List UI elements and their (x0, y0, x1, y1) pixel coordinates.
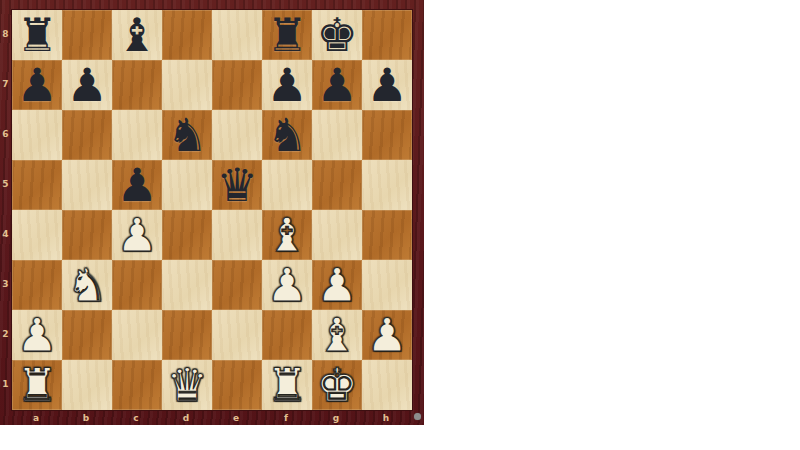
square-f1[interactable]: ♜ (262, 360, 312, 410)
black-knight-d6: ♞ (166, 112, 207, 158)
square-f6[interactable]: ♞ (262, 110, 312, 160)
square-d1[interactable]: ♛ (162, 360, 212, 410)
square-h4[interactable] (362, 210, 412, 260)
square-g5[interactable] (312, 160, 362, 210)
square-e7[interactable] (212, 60, 262, 110)
square-c5[interactable]: ♟ (112, 160, 162, 210)
square-d5[interactable] (162, 160, 212, 210)
square-a5[interactable] (12, 160, 62, 210)
square-e3[interactable] (212, 260, 262, 310)
resize-handle-dot[interactable] (414, 413, 421, 420)
white-bishop-f4: ♝ (266, 212, 307, 258)
white-pawn-a2: ♟ (16, 312, 57, 358)
square-d2[interactable] (162, 310, 212, 360)
square-h5[interactable] (362, 160, 412, 210)
square-g1[interactable]: ♚ (312, 360, 362, 410)
square-h8[interactable] (362, 10, 412, 60)
square-f3[interactable]: ♟ (262, 260, 312, 310)
white-pawn-g3: ♟ (316, 262, 357, 308)
file-label-e: e (211, 411, 261, 425)
square-c6[interactable] (112, 110, 162, 160)
square-a3[interactable] (12, 260, 62, 310)
black-pawn-b7: ♟ (66, 62, 107, 108)
square-c3[interactable] (112, 260, 162, 310)
square-d7[interactable] (162, 60, 212, 110)
square-f7[interactable]: ♟ (262, 60, 312, 110)
black-pawn-h7: ♟ (366, 62, 407, 108)
file-label-h: h (361, 411, 411, 425)
square-f5[interactable] (262, 160, 312, 210)
square-c7[interactable] (112, 60, 162, 110)
rank-label-5: 5 (0, 159, 11, 209)
square-b4[interactable] (62, 210, 112, 260)
square-b2[interactable] (62, 310, 112, 360)
black-pawn-f7: ♟ (266, 62, 307, 108)
square-g3[interactable]: ♟ (312, 260, 362, 310)
square-c1[interactable] (112, 360, 162, 410)
square-b7[interactable]: ♟ (62, 60, 112, 110)
square-e6[interactable] (212, 110, 262, 160)
rank-label-4: 4 (0, 209, 11, 259)
rank-label-7: 7 (0, 59, 11, 109)
rank-label-1: 1 (0, 359, 11, 409)
square-f2[interactable] (262, 310, 312, 360)
square-e2[interactable] (212, 310, 262, 360)
square-b3[interactable]: ♞ (62, 260, 112, 310)
square-g2[interactable]: ♝ (312, 310, 362, 360)
square-d6[interactable]: ♞ (162, 110, 212, 160)
square-f8[interactable]: ♜ (262, 10, 312, 60)
square-e1[interactable] (212, 360, 262, 410)
square-c4[interactable]: ♟ (112, 210, 162, 260)
chess-board: ♜♝♜♚♟♟♟♟♟♞♞♟♛♟♝♞♟♟♟♝♟♜♛♜♚ 87654321 abcde… (0, 0, 424, 425)
file-label-c: c (111, 411, 161, 425)
square-e8[interactable] (212, 10, 262, 60)
square-a2[interactable]: ♟ (12, 310, 62, 360)
file-label-a: a (11, 411, 61, 425)
square-b8[interactable] (62, 10, 112, 60)
square-d4[interactable] (162, 210, 212, 260)
black-rook-a8: ♜ (16, 12, 57, 58)
black-rook-f8: ♜ (266, 12, 307, 58)
board-grid: ♜♝♜♚♟♟♟♟♟♞♞♟♛♟♝♞♟♟♟♝♟♜♛♜♚ (11, 9, 413, 411)
square-e5[interactable]: ♛ (212, 160, 262, 210)
square-a1[interactable]: ♜ (12, 360, 62, 410)
square-a7[interactable]: ♟ (12, 60, 62, 110)
rank-label-2: 2 (0, 309, 11, 359)
file-label-b: b (61, 411, 111, 425)
square-d8[interactable] (162, 10, 212, 60)
square-g8[interactable]: ♚ (312, 10, 362, 60)
square-e4[interactable] (212, 210, 262, 260)
white-pawn-f3: ♟ (266, 262, 307, 308)
white-pawn-c4: ♟ (116, 212, 157, 258)
black-queen-e5: ♛ (216, 162, 257, 208)
white-bishop-g2: ♝ (316, 312, 357, 358)
white-queen-d1: ♛ (166, 362, 207, 408)
rank-label-8: 8 (0, 9, 11, 59)
file-label-g: g (311, 411, 361, 425)
square-h2[interactable]: ♟ (362, 310, 412, 360)
square-h6[interactable] (362, 110, 412, 160)
black-knight-f6: ♞ (266, 112, 307, 158)
white-pawn-h2: ♟ (366, 312, 407, 358)
square-g7[interactable]: ♟ (312, 60, 362, 110)
file-label-f: f (261, 411, 311, 425)
square-b5[interactable] (62, 160, 112, 210)
white-rook-f1: ♜ (266, 362, 307, 408)
square-g6[interactable] (312, 110, 362, 160)
file-label-d: d (161, 411, 211, 425)
square-b1[interactable] (62, 360, 112, 410)
black-pawn-g7: ♟ (316, 62, 357, 108)
black-pawn-c5: ♟ (116, 162, 157, 208)
square-a6[interactable] (12, 110, 62, 160)
white-knight-b3: ♞ (66, 262, 107, 308)
white-king-g1: ♚ (316, 362, 357, 408)
square-b6[interactable] (62, 110, 112, 160)
rank-label-6: 6 (0, 109, 11, 159)
square-c8[interactable]: ♝ (112, 10, 162, 60)
square-g4[interactable] (312, 210, 362, 260)
square-h1[interactable] (362, 360, 412, 410)
black-bishop-c8: ♝ (116, 12, 157, 58)
rank-label-3: 3 (0, 259, 11, 309)
square-f4[interactable]: ♝ (262, 210, 312, 260)
black-pawn-a7: ♟ (16, 62, 57, 108)
square-d3[interactable] (162, 260, 212, 310)
black-king-g8: ♚ (316, 12, 357, 58)
white-rook-a1: ♜ (16, 362, 57, 408)
square-h3[interactable] (362, 260, 412, 310)
square-a8[interactable]: ♜ (12, 10, 62, 60)
square-a4[interactable] (12, 210, 62, 260)
square-c2[interactable] (112, 310, 162, 360)
square-h7[interactable]: ♟ (362, 60, 412, 110)
